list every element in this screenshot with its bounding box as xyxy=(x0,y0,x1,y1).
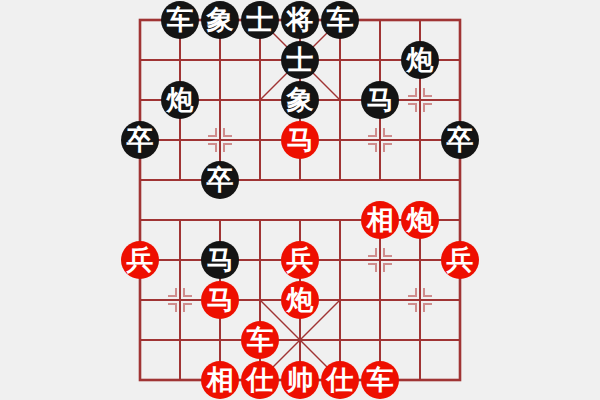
piece-red-chariot[interactable]: 车 xyxy=(241,321,279,359)
point-marker xyxy=(408,304,416,312)
point-marker xyxy=(424,88,432,96)
piece-black-cannon[interactable]: 炮 xyxy=(161,81,199,119)
piece-black-advisor[interactable]: 士 xyxy=(241,1,279,39)
piece-black-horse[interactable]: 马 xyxy=(361,81,399,119)
piece-red-soldier[interactable]: 兵 xyxy=(281,241,319,279)
point-marker xyxy=(208,128,216,136)
piece-red-advisor[interactable]: 仕 xyxy=(241,361,279,399)
piece-red-elephant[interactable]: 相 xyxy=(361,201,399,239)
point-marker xyxy=(384,128,392,136)
point-marker xyxy=(408,288,416,296)
piece-black-soldier[interactable]: 卒 xyxy=(201,161,239,199)
piece-black-soldier[interactable]: 卒 xyxy=(441,121,479,159)
piece-red-general[interactable]: 帅 xyxy=(281,361,319,399)
point-marker xyxy=(368,144,376,152)
point-marker xyxy=(224,128,232,136)
piece-red-soldier[interactable]: 兵 xyxy=(121,241,159,279)
piece-black-advisor[interactable]: 士 xyxy=(281,41,319,79)
piece-black-horse[interactable]: 马 xyxy=(201,241,239,279)
piece-red-advisor[interactable]: 仕 xyxy=(321,361,359,399)
point-marker xyxy=(368,128,376,136)
point-marker xyxy=(384,248,392,256)
piece-black-cannon[interactable]: 炮 xyxy=(401,41,439,79)
piece-black-chariot[interactable]: 车 xyxy=(161,1,199,39)
point-marker xyxy=(368,264,376,272)
point-marker xyxy=(408,104,416,112)
piece-red-soldier[interactable]: 兵 xyxy=(441,241,479,279)
piece-red-horse[interactable]: 马 xyxy=(281,121,319,159)
point-marker xyxy=(424,304,432,312)
piece-red-elephant[interactable]: 相 xyxy=(201,361,239,399)
piece-red-cannon[interactable]: 炮 xyxy=(281,281,319,319)
piece-red-horse[interactable]: 马 xyxy=(201,281,239,319)
point-marker xyxy=(368,248,376,256)
point-marker xyxy=(168,288,176,296)
point-marker xyxy=(384,144,392,152)
piece-black-chariot[interactable]: 车 xyxy=(321,1,359,39)
point-marker xyxy=(424,104,432,112)
piece-black-elephant[interactable]: 象 xyxy=(201,1,239,39)
point-marker xyxy=(384,264,392,272)
point-marker xyxy=(208,144,216,152)
piece-black-general[interactable]: 将 xyxy=(281,1,319,39)
piece-red-chariot[interactable]: 车 xyxy=(361,361,399,399)
point-marker xyxy=(424,288,432,296)
point-marker xyxy=(224,144,232,152)
piece-red-cannon[interactable]: 炮 xyxy=(401,201,439,239)
xiangqi-board[interactable]: 车象士将车士炮炮象马卒马卒卒相炮兵马兵兵马炮车相仕帅仕车 xyxy=(0,0,600,400)
piece-black-soldier[interactable]: 卒 xyxy=(121,121,159,159)
point-marker xyxy=(184,304,192,312)
piece-black-elephant[interactable]: 象 xyxy=(281,81,319,119)
point-marker xyxy=(168,304,176,312)
point-marker xyxy=(408,88,416,96)
point-marker xyxy=(184,288,192,296)
